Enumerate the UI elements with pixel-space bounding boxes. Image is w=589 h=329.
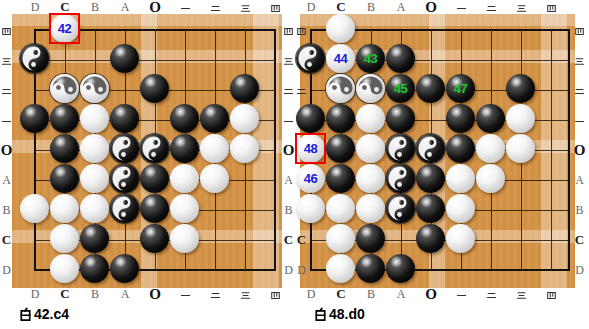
coordinate-label (511, 287, 531, 301)
white-stone-marked (356, 74, 385, 103)
white-stone (356, 164, 385, 193)
white-stone (326, 254, 355, 283)
coordinate-label: B (85, 0, 105, 14)
coordinate-label: C (295, 233, 308, 247)
black-stone (416, 164, 445, 193)
black-stone (140, 194, 169, 223)
coordinate-label (541, 287, 561, 301)
black-stone (416, 74, 445, 103)
move-caption: 42.c4 (18, 304, 69, 324)
coordinate-label (573, 23, 586, 37)
white-stone (230, 104, 259, 133)
coordinate-label: D (282, 263, 295, 277)
coordinate-label: O (421, 287, 441, 301)
black-stone-marked (386, 194, 415, 223)
black-stone (140, 164, 169, 193)
coordinate-label (0, 113, 13, 127)
coordinate-label (175, 287, 195, 301)
white-stone (356, 104, 385, 133)
coordinate-label (282, 53, 295, 67)
white-stone (50, 194, 79, 223)
black-stone (416, 224, 445, 253)
black-stone (200, 104, 229, 133)
coordinate-label (265, 0, 285, 14)
coordinate-label (481, 0, 501, 14)
white-stone (20, 194, 49, 223)
black-stone-marked (110, 164, 139, 193)
coordinate-label (0, 83, 13, 97)
move-caption: 48.d0 (313, 304, 365, 324)
last-move-marker (49, 13, 80, 44)
black-stone-marked (416, 134, 445, 163)
black-stone (296, 104, 325, 133)
white-stone (356, 134, 385, 163)
black-stone (170, 134, 199, 163)
move-number: 43 (356, 44, 385, 73)
coordinate-label (451, 287, 471, 301)
coordinate-label: O (282, 143, 295, 157)
black-stone (170, 104, 199, 133)
coordinate-label: C (573, 233, 586, 247)
coordinate-label (235, 287, 255, 301)
coordinate-label: A (115, 287, 135, 301)
coordinate-label (295, 23, 308, 37)
caption-text: 42.c4 (34, 306, 69, 322)
black-stone (20, 104, 49, 133)
caption-text: 48.d0 (329, 306, 365, 322)
black-stone (140, 74, 169, 103)
coordinate-label: C (55, 287, 75, 301)
black-stone (50, 134, 79, 163)
coordinate-label: B (282, 203, 295, 217)
coordinate-label (573, 83, 586, 97)
coordinate-label (573, 113, 586, 127)
coordinate-label (511, 0, 531, 14)
white-stone (200, 134, 229, 163)
coordinate-label: A (282, 173, 295, 187)
black-stone-marked (110, 194, 139, 223)
coordinate-label: O (0, 143, 13, 157)
go-diagram-page: DDCCBBAAOOOOAABBCCDD4242.c4 DDCCBBAAOOOO… (0, 0, 589, 329)
diagram-right: DDCCBBAAOOOOAABBCCDD44434547484648.d0 (295, 0, 589, 329)
black-stone (356, 224, 385, 253)
coordinate-label (282, 113, 295, 127)
coordinate-label: B (0, 203, 13, 217)
white-stone (80, 104, 109, 133)
white-stone-marked (50, 74, 79, 103)
move-number: 46 (296, 164, 325, 193)
coordinate-label: C (331, 0, 351, 14)
coordinate-label: C (282, 233, 295, 247)
black-stone (506, 74, 535, 103)
white-stone (326, 14, 355, 43)
coordinate-label (205, 287, 225, 301)
coordinate-label: A (391, 0, 411, 14)
black-stone-marked (140, 134, 169, 163)
white-stone (506, 104, 535, 133)
white-stone-marked (326, 74, 355, 103)
coordinate-label: O (573, 143, 586, 157)
black-stone (50, 164, 79, 193)
coordinate-label (282, 23, 295, 37)
white-stone (446, 224, 475, 253)
black-stone (416, 194, 445, 223)
move-number: 44 (326, 44, 355, 73)
coordinate-label: O (145, 287, 165, 301)
black-stone (80, 254, 109, 283)
coordinate-label: A (573, 173, 586, 187)
white-stone (476, 134, 505, 163)
diagram-left: DDCCBBAAOOOOAABBCCDD4242.c4 (0, 0, 294, 329)
black-stone (50, 104, 79, 133)
coordinate-label: A (391, 287, 411, 301)
black-stone (110, 44, 139, 73)
black-stone (476, 104, 505, 133)
black-stone (446, 134, 475, 163)
black-stone-marked (386, 164, 415, 193)
coordinate-label: O (421, 0, 441, 14)
coordinate-label (573, 53, 586, 67)
coordinate-label (282, 83, 295, 97)
white-stone (506, 134, 535, 163)
black-stone (110, 254, 139, 283)
black-stone-marked (20, 44, 49, 73)
last-move-marker (295, 133, 326, 164)
coordinate-label (451, 0, 471, 14)
coordinate-label (205, 0, 225, 14)
coordinate-label: C (0, 233, 13, 247)
coordinate-label (265, 287, 285, 301)
white-stone (170, 224, 199, 253)
white-stone (296, 194, 325, 223)
coordinate-label: C (331, 287, 351, 301)
coordinate-label: D (301, 0, 321, 14)
move-number: 47 (446, 74, 475, 103)
white-stone (50, 224, 79, 253)
black-stone-marked (296, 44, 325, 73)
coordinate-label: D (301, 287, 321, 301)
black-stone (386, 254, 415, 283)
coordinate-label: A (0, 173, 13, 187)
black-stone (326, 104, 355, 133)
coordinate-label (295, 83, 308, 97)
coordinate-label: D (295, 263, 308, 277)
white-stone-marked (80, 74, 109, 103)
coordinate-label: B (573, 203, 586, 217)
black-stone (386, 104, 415, 133)
black-stone (80, 224, 109, 253)
coordinate-label (481, 287, 501, 301)
white-stone (446, 194, 475, 223)
black-stone (326, 134, 355, 163)
white-stone (326, 194, 355, 223)
black-stone (326, 164, 355, 193)
coordinate-label: C (55, 0, 75, 14)
coordinate-label: O (145, 0, 165, 14)
coordinate-label (175, 0, 195, 14)
black-stone (446, 104, 475, 133)
coordinate-label: D (25, 0, 45, 14)
black-stone (230, 74, 259, 103)
white-stone (170, 194, 199, 223)
coordinate-label (235, 0, 255, 14)
white-stone (80, 194, 109, 223)
black-stone-marked (386, 134, 415, 163)
white-stone (230, 134, 259, 163)
coordinate-label: D (573, 263, 586, 277)
coordinate-label (0, 23, 13, 37)
white-stone (80, 164, 109, 193)
white-stone (476, 164, 505, 193)
white-stone (446, 164, 475, 193)
black-stone (110, 104, 139, 133)
move-number: 45 (386, 74, 415, 103)
black-stone (386, 44, 415, 73)
coordinate-label: D (25, 287, 45, 301)
white-stone (326, 224, 355, 253)
black-stone (356, 254, 385, 283)
coordinate-label: B (85, 287, 105, 301)
coordinate-label (0, 53, 13, 67)
black-stone-marked (110, 134, 139, 163)
white-stone (170, 164, 199, 193)
white-stone (50, 254, 79, 283)
white-stone (356, 194, 385, 223)
coordinate-label (541, 0, 561, 14)
coordinate-label: D (0, 263, 13, 277)
coordinate-label: B (361, 0, 381, 14)
coordinate-label: A (115, 0, 135, 14)
coordinate-label: B (361, 287, 381, 301)
black-stone (140, 224, 169, 253)
white-stone (200, 164, 229, 193)
white-stone (80, 134, 109, 163)
